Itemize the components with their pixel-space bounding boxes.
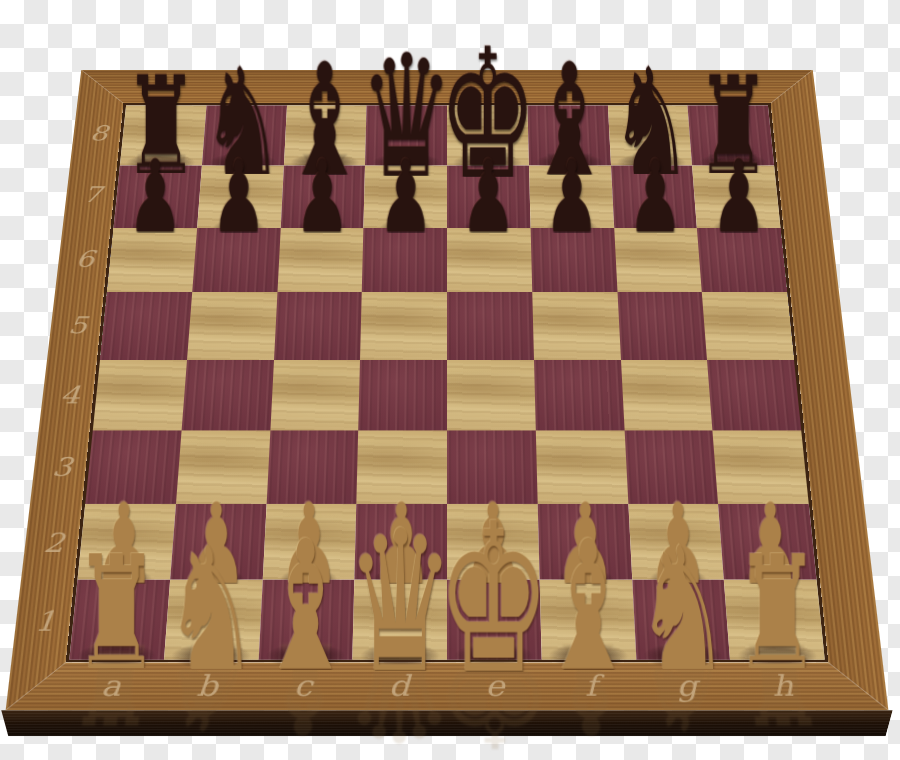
square-g6[interactable] bbox=[614, 228, 702, 293]
square-a4[interactable] bbox=[93, 360, 187, 430]
square-e1[interactable]: ♚♚ bbox=[447, 580, 541, 660]
square-g4[interactable] bbox=[621, 360, 713, 430]
square-h7[interactable]: ♟♟ bbox=[692, 165, 780, 227]
square-e5[interactable] bbox=[447, 293, 534, 360]
piece-white-rook[interactable]: ♜ bbox=[733, 534, 821, 692]
square-c4[interactable] bbox=[270, 360, 360, 430]
piece-white-king[interactable]: ♚ bbox=[437, 497, 552, 703]
square-b4[interactable] bbox=[181, 360, 273, 430]
square-f1[interactable]: ♝♝ bbox=[539, 580, 635, 660]
square-d1[interactable]: ♛♛ bbox=[353, 580, 447, 660]
square-f5[interactable] bbox=[532, 293, 620, 360]
transparent-checker-backdrop: ♜♜♞♞♝♝♛♛♚♚♝♝♞♞♜♜♟♟♟♟♟♟♟♟♟♟♟♟♟♟♟♟♟♟♟♟♟♟♟♟… bbox=[0, 0, 900, 760]
square-a7[interactable]: ♟♟ bbox=[114, 165, 202, 227]
square-d4[interactable] bbox=[358, 360, 447, 430]
square-c5[interactable] bbox=[274, 293, 362, 360]
square-g5[interactable] bbox=[617, 293, 707, 360]
square-e7[interactable]: ♟♟ bbox=[447, 165, 530, 227]
square-e4[interactable] bbox=[447, 360, 536, 430]
rank-label-5: 5 bbox=[67, 314, 88, 337]
board-edge-front bbox=[1, 710, 892, 736]
board-frame-bottom bbox=[6, 662, 889, 710]
rank-label-6: 6 bbox=[75, 248, 96, 270]
square-b7[interactable]: ♟♟ bbox=[197, 165, 284, 227]
square-d7[interactable]: ♟♟ bbox=[364, 165, 447, 227]
square-g7[interactable]: ♟♟ bbox=[611, 165, 698, 227]
chess-board: ♜♜♞♞♝♝♛♛♚♚♝♝♞♞♜♜♟♟♟♟♟♟♟♟♟♟♟♟♟♟♟♟♟♟♟♟♟♟♟♟… bbox=[6, 70, 889, 710]
square-f7[interactable]: ♟♟ bbox=[529, 165, 614, 227]
square-c7[interactable]: ♟♟ bbox=[280, 165, 365, 227]
square-a1[interactable]: ♜♜ bbox=[69, 580, 170, 660]
square-g1[interactable]: ♞♞ bbox=[632, 580, 731, 660]
square-d5[interactable] bbox=[360, 293, 447, 360]
square-h1[interactable]: ♜♜ bbox=[724, 580, 825, 660]
square-a5[interactable] bbox=[100, 293, 192, 360]
rank-label-7: 7 bbox=[82, 184, 103, 206]
square-b1[interactable]: ♞♞ bbox=[164, 580, 263, 660]
square-b6[interactable] bbox=[192, 228, 280, 293]
rank-label-8: 8 bbox=[89, 123, 109, 144]
square-e6[interactable] bbox=[447, 228, 532, 293]
square-d6[interactable] bbox=[362, 228, 447, 293]
square-b5[interactable] bbox=[187, 293, 277, 360]
square-f4[interactable] bbox=[534, 360, 624, 430]
square-h5[interactable] bbox=[702, 293, 794, 360]
square-h6[interactable] bbox=[697, 228, 787, 293]
chess-scene: ♜♜♞♞♝♝♛♛♚♚♝♝♞♞♜♜♟♟♟♟♟♟♟♟♟♟♟♟♟♟♟♟♟♟♟♟♟♟♟♟… bbox=[47, 0, 847, 760]
square-a6[interactable] bbox=[107, 228, 197, 293]
square-c6[interactable] bbox=[277, 228, 364, 293]
square-h4[interactable] bbox=[707, 360, 801, 430]
square-f6[interactable] bbox=[530, 228, 617, 293]
square-c1[interactable]: ♝♝ bbox=[258, 580, 354, 660]
piece-white-rook[interactable]: ♜ bbox=[73, 534, 161, 692]
board-squares: ♜♜♞♞♝♝♛♛♚♚♝♝♞♞♜♜♟♟♟♟♟♟♟♟♟♟♟♟♟♟♟♟♟♟♟♟♟♟♟♟… bbox=[66, 103, 828, 662]
